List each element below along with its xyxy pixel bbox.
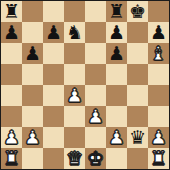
piece-white-pawn[interactable]: ♟ <box>87 106 104 127</box>
piece-black-pawn[interactable]: ♟ <box>45 22 62 43</box>
square-f8[interactable]: ♜ <box>106 1 127 22</box>
square-h5[interactable] <box>148 64 169 85</box>
piece-white-pawn[interactable]: ♟ <box>24 127 41 148</box>
piece-black-pawn[interactable]: ♟ <box>108 43 125 64</box>
piece-black-pawn[interactable]: ♟ <box>24 43 41 64</box>
square-e1[interactable]: ♚ <box>85 148 106 169</box>
piece-black-pawn[interactable]: ♟ <box>108 22 125 43</box>
piece-black-rook[interactable]: ♜ <box>108 1 125 22</box>
piece-white-rook[interactable]: ♜ <box>3 148 20 169</box>
square-b4[interactable] <box>22 85 43 106</box>
piece-white-pawn[interactable]: ♟ <box>66 85 83 106</box>
square-h7[interactable]: ♟ <box>148 22 169 43</box>
square-h8[interactable] <box>148 1 169 22</box>
square-a8[interactable]: ♜ <box>1 1 22 22</box>
square-d1[interactable]: ♛ <box>64 148 85 169</box>
square-e3[interactable]: ♟ <box>85 106 106 127</box>
square-d6[interactable] <box>64 43 85 64</box>
piece-black-rook[interactable]: ♜ <box>3 1 20 22</box>
piece-white-pawn[interactable]: ♟ <box>150 127 167 148</box>
square-a6[interactable] <box>1 43 22 64</box>
square-d8[interactable] <box>64 1 85 22</box>
piece-black-queen[interactable]: ♛ <box>129 127 146 148</box>
piece-white-bishop[interactable]: ♝ <box>150 43 167 64</box>
square-h1[interactable]: ♜ <box>148 148 169 169</box>
square-g8[interactable]: ♚ <box>127 1 148 22</box>
square-b5[interactable] <box>22 64 43 85</box>
square-c5[interactable] <box>43 64 64 85</box>
piece-white-rook[interactable]: ♜ <box>150 148 167 169</box>
piece-black-pawn[interactable]: ♟ <box>3 22 20 43</box>
piece-black-pawn[interactable]: ♟ <box>150 22 167 43</box>
square-a4[interactable] <box>1 85 22 106</box>
square-b8[interactable] <box>22 1 43 22</box>
square-h3[interactable] <box>148 106 169 127</box>
square-h2[interactable]: ♟ <box>148 127 169 148</box>
square-g7[interactable] <box>127 22 148 43</box>
piece-white-pawn[interactable]: ♟ <box>108 127 125 148</box>
square-d5[interactable] <box>64 64 85 85</box>
square-b7[interactable] <box>22 22 43 43</box>
square-f7[interactable]: ♟ <box>106 22 127 43</box>
square-a1[interactable]: ♜ <box>1 148 22 169</box>
square-f1[interactable] <box>106 148 127 169</box>
square-e6[interactable] <box>85 43 106 64</box>
square-h6[interactable]: ♝ <box>148 43 169 64</box>
square-c1[interactable] <box>43 148 64 169</box>
square-d7[interactable]: ♞ <box>64 22 85 43</box>
piece-white-queen[interactable]: ♛ <box>66 148 83 169</box>
square-a7[interactable]: ♟ <box>1 22 22 43</box>
piece-black-knight[interactable]: ♞ <box>66 22 83 43</box>
square-f5[interactable] <box>106 64 127 85</box>
square-e7[interactable] <box>85 22 106 43</box>
square-c8[interactable] <box>43 1 64 22</box>
square-e2[interactable] <box>85 127 106 148</box>
square-c3[interactable] <box>43 106 64 127</box>
square-f4[interactable] <box>106 85 127 106</box>
square-g5[interactable] <box>127 64 148 85</box>
square-c4[interactable] <box>43 85 64 106</box>
square-d4[interactable]: ♟ <box>64 85 85 106</box>
square-a3[interactable] <box>1 106 22 127</box>
square-g2[interactable]: ♛ <box>127 127 148 148</box>
square-g6[interactable] <box>127 43 148 64</box>
square-a5[interactable] <box>1 64 22 85</box>
square-b6[interactable]: ♟ <box>22 43 43 64</box>
square-g4[interactable] <box>127 85 148 106</box>
square-g3[interactable] <box>127 106 148 127</box>
square-b2[interactable]: ♟ <box>22 127 43 148</box>
chess-board: ♜♜♚♟♟♞♟♟♟♟♝♟♟♟♟♟♛♟♜♛♚♜ <box>0 0 170 170</box>
square-h4[interactable] <box>148 85 169 106</box>
square-f3[interactable] <box>106 106 127 127</box>
square-e5[interactable] <box>85 64 106 85</box>
piece-white-pawn[interactable]: ♟ <box>3 127 20 148</box>
square-g1[interactable] <box>127 148 148 169</box>
square-b3[interactable] <box>22 106 43 127</box>
square-b1[interactable] <box>22 148 43 169</box>
square-c7[interactable]: ♟ <box>43 22 64 43</box>
square-c2[interactable] <box>43 127 64 148</box>
square-a2[interactable]: ♟ <box>1 127 22 148</box>
square-d3[interactable] <box>64 106 85 127</box>
piece-black-king[interactable]: ♚ <box>129 1 146 22</box>
square-c6[interactable] <box>43 43 64 64</box>
square-d2[interactable] <box>64 127 85 148</box>
piece-white-king[interactable]: ♚ <box>87 148 104 169</box>
square-e8[interactable] <box>85 1 106 22</box>
square-f6[interactable]: ♟ <box>106 43 127 64</box>
square-e4[interactable] <box>85 85 106 106</box>
square-f2[interactable]: ♟ <box>106 127 127 148</box>
